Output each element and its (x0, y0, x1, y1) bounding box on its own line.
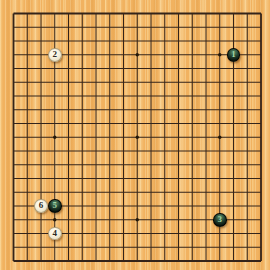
stone-black-Q4: 3 (213, 213, 227, 227)
star-point (136, 218, 139, 221)
star-point (218, 136, 221, 139)
stone-number: 2 (52, 50, 57, 59)
stone-white-D3: 4 (48, 227, 62, 241)
stone-number: 4 (52, 228, 57, 237)
stone-black-R16: 1 (227, 48, 241, 62)
board-grid (0, 0, 270, 270)
star-point (53, 218, 56, 221)
star-point (136, 136, 139, 139)
stone-white-C5: 6 (34, 199, 48, 213)
go-board[interactable]: 123456 (0, 0, 270, 270)
stone-number: 3 (217, 215, 222, 224)
stone-black-D5: 5 (48, 199, 62, 213)
stone-number: 5 (52, 201, 57, 210)
stone-white-D16: 2 (48, 48, 62, 62)
stone-number: 1 (231, 50, 236, 59)
star-point (53, 136, 56, 139)
star-point (218, 53, 221, 56)
stone-number: 6 (39, 201, 44, 210)
star-point (136, 53, 139, 56)
